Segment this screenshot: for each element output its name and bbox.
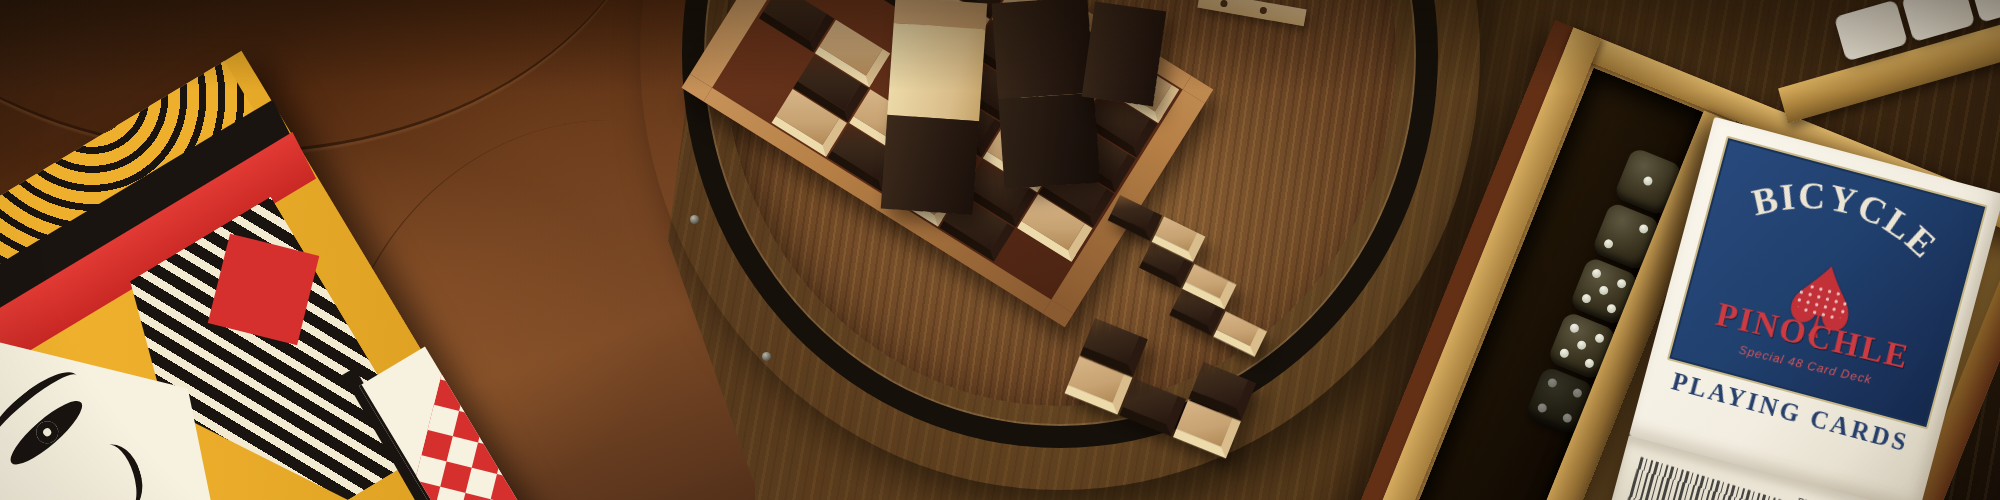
dowel-hole bbox=[1259, 6, 1267, 14]
game-night-photo: BICYCLE ♠ PINOCHLE Special 48 Card Deck … bbox=[0, 0, 2000, 500]
dark-cube bbox=[992, 0, 1094, 99]
dowel-hole bbox=[1220, 0, 1228, 8]
standing-puzzle-piece bbox=[1082, 1, 1167, 106]
dark-cube bbox=[881, 115, 979, 215]
standing-puzzle-piece bbox=[881, 0, 988, 215]
light-cube bbox=[887, 23, 985, 121]
dark-cube bbox=[998, 93, 1100, 189]
tray-rivet bbox=[690, 215, 699, 224]
dark-cube bbox=[1082, 1, 1167, 106]
queen-nose-line bbox=[85, 438, 150, 500]
tray-rivet bbox=[762, 352, 771, 361]
